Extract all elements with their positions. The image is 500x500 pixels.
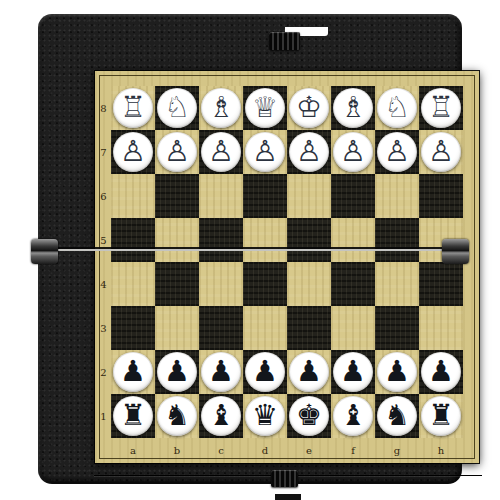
piece-bB-c1[interactable]: ♝ <box>201 396 241 436</box>
square-f5[interactable] <box>331 218 375 262</box>
square-f7[interactable]: ♙ <box>331 130 375 174</box>
piece-glyph: ♖ <box>428 93 454 122</box>
square-b3[interactable] <box>155 306 199 350</box>
piece-bP-f2[interactable]: ♟ <box>333 352 373 392</box>
square-a6[interactable] <box>111 174 155 218</box>
square-h7[interactable]: ♙ <box>419 130 463 174</box>
square-e1[interactable]: ♚ <box>287 394 331 438</box>
piece-bN-b1[interactable]: ♞ <box>157 396 197 436</box>
file-label-g: g <box>375 440 419 460</box>
file-label-b: b <box>155 440 199 460</box>
square-c8[interactable]: ♗ <box>199 86 243 130</box>
piece-glyph: ♟ <box>164 357 190 386</box>
square-d3[interactable] <box>243 306 287 350</box>
piece-glyph: ♘ <box>164 93 190 122</box>
piece-glyph: ♛ <box>252 401 278 430</box>
square-c6[interactable] <box>199 174 243 218</box>
piece-bN-g1[interactable]: ♞ <box>377 396 417 436</box>
square-g5[interactable] <box>375 218 419 262</box>
piece-wP-e7[interactable]: ♙ <box>289 132 329 172</box>
piece-glyph: ♕ <box>252 93 278 122</box>
square-d4[interactable] <box>243 262 287 306</box>
file-label-c: c <box>199 440 243 460</box>
square-e2[interactable]: ♟ <box>287 350 331 394</box>
square-h8[interactable]: ♖ <box>419 86 463 130</box>
square-e5[interactable] <box>287 218 331 262</box>
piece-wK-e8[interactable]: ♔ <box>289 88 329 128</box>
piece-bP-d2[interactable]: ♟ <box>245 352 285 392</box>
piece-glyph: ♙ <box>252 137 278 166</box>
piece-glyph: ♟ <box>384 357 410 386</box>
latch-top <box>269 32 300 50</box>
square-f2[interactable]: ♟ <box>331 350 375 394</box>
piece-wP-f7[interactable]: ♙ <box>333 132 373 172</box>
square-h6[interactable] <box>419 174 463 218</box>
file-label-h: h <box>419 440 463 460</box>
square-g4[interactable] <box>375 262 419 306</box>
square-h2[interactable]: ♟ <box>419 350 463 394</box>
piece-wR-h8[interactable]: ♖ <box>421 88 461 128</box>
rank-label-3: 3 <box>96 306 111 350</box>
square-g7[interactable]: ♙ <box>375 130 419 174</box>
piece-bP-c2[interactable]: ♟ <box>201 352 241 392</box>
piece-glyph: ♜ <box>428 401 454 430</box>
rank-label-8: 8 <box>96 86 111 130</box>
piece-bK-e1[interactable]: ♚ <box>289 396 329 436</box>
piece-bP-a2[interactable]: ♟ <box>113 352 153 392</box>
square-b8[interactable]: ♘ <box>155 86 199 130</box>
square-a7[interactable]: ♙ <box>111 130 155 174</box>
piece-glyph: ♜ <box>120 401 146 430</box>
rank-label-4: 4 <box>96 262 111 306</box>
piece-bR-h1[interactable]: ♜ <box>421 396 461 436</box>
square-a1[interactable]: ♜ <box>111 394 155 438</box>
square-a5[interactable] <box>111 218 155 262</box>
square-b1[interactable]: ♞ <box>155 394 199 438</box>
latch-bottom <box>271 470 298 487</box>
piece-glyph: ♟ <box>120 357 146 386</box>
latch-bottom-tab <box>275 494 301 500</box>
square-e4[interactable] <box>287 262 331 306</box>
hinge-knuckle-left <box>31 239 58 264</box>
piece-glyph: ♖ <box>120 93 146 122</box>
piece-glyph: ♗ <box>208 93 234 122</box>
piece-glyph: ♟ <box>428 357 454 386</box>
square-d1[interactable]: ♛ <box>243 394 287 438</box>
piece-wP-g7[interactable]: ♙ <box>377 132 417 172</box>
square-a8[interactable]: ♖ <box>111 86 155 130</box>
square-c1[interactable]: ♝ <box>199 394 243 438</box>
square-f8[interactable]: ♗ <box>331 86 375 130</box>
square-g8[interactable]: ♘ <box>375 86 419 130</box>
square-b4[interactable] <box>155 262 199 306</box>
piece-wP-d7[interactable]: ♙ <box>245 132 285 172</box>
piece-wR-a8[interactable]: ♖ <box>113 88 153 128</box>
file-label-d: d <box>243 440 287 460</box>
piece-wP-c7[interactable]: ♙ <box>201 132 241 172</box>
piece-bP-b2[interactable]: ♟ <box>157 352 197 392</box>
piece-glyph: ♔ <box>296 93 322 122</box>
hinge-seam <box>31 247 469 251</box>
piece-wN-b8[interactable]: ♘ <box>157 88 197 128</box>
hinge-knuckle-right <box>442 239 469 264</box>
rank-label-5: 5 <box>96 218 111 262</box>
square-f3[interactable] <box>331 306 375 350</box>
rank-label-7: 7 <box>96 130 111 174</box>
piece-glyph: ♙ <box>340 137 366 166</box>
piece-glyph: ♙ <box>428 137 454 166</box>
piece-glyph: ♗ <box>340 93 366 122</box>
square-e3[interactable] <box>287 306 331 350</box>
piece-bP-e2[interactable]: ♟ <box>289 352 329 392</box>
piece-bP-h2[interactable]: ♟ <box>421 352 461 392</box>
square-e7[interactable]: ♙ <box>287 130 331 174</box>
square-e6[interactable] <box>287 174 331 218</box>
square-c5[interactable] <box>199 218 243 262</box>
square-c3[interactable] <box>199 306 243 350</box>
square-a2[interactable]: ♟ <box>111 350 155 394</box>
file-label-f: f <box>331 440 375 460</box>
piece-glyph: ♝ <box>340 401 366 430</box>
square-e8[interactable]: ♔ <box>287 86 331 130</box>
square-c4[interactable] <box>199 262 243 306</box>
rank-label-1: 1 <box>96 394 111 438</box>
square-f6[interactable] <box>331 174 375 218</box>
square-g2[interactable]: ♟ <box>375 350 419 394</box>
piece-glyph: ♚ <box>296 401 322 430</box>
piece-wP-b7[interactable]: ♙ <box>157 132 197 172</box>
piece-glyph: ♝ <box>208 401 234 430</box>
square-h1[interactable]: ♜ <box>419 394 463 438</box>
piece-bQ-d1[interactable]: ♛ <box>245 396 285 436</box>
square-a3[interactable] <box>111 306 155 350</box>
piece-wN-g8[interactable]: ♘ <box>377 88 417 128</box>
piece-wB-f8[interactable]: ♗ <box>333 88 373 128</box>
piece-bR-a1[interactable]: ♜ <box>113 396 153 436</box>
square-f1[interactable]: ♝ <box>331 394 375 438</box>
square-g6[interactable] <box>375 174 419 218</box>
square-b5[interactable] <box>155 218 199 262</box>
chessboard: ♖♘♗♕♔♗♘♖♙♙♙♙♙♙♙♙♟♟♟♟♟♟♟♟♜♞♝♛♚♝♞♜ 8765432… <box>95 71 479 463</box>
square-d6[interactable] <box>243 174 287 218</box>
piece-glyph: ♙ <box>164 137 190 166</box>
square-h3[interactable] <box>419 306 463 350</box>
piece-wQ-d8[interactable]: ♕ <box>245 88 285 128</box>
file-label-a: a <box>111 440 155 460</box>
piece-bP-g2[interactable]: ♟ <box>377 352 417 392</box>
square-c2[interactable]: ♟ <box>199 350 243 394</box>
piece-glyph: ♟ <box>208 357 234 386</box>
piece-wP-a7[interactable]: ♙ <box>113 132 153 172</box>
squares-grid: ♖♘♗♕♔♗♘♖♙♙♙♙♙♙♙♙♟♟♟♟♟♟♟♟♜♞♝♛♚♝♞♜ <box>111 86 463 438</box>
square-d5[interactable] <box>243 218 287 262</box>
square-b6[interactable] <box>155 174 199 218</box>
square-b2[interactable]: ♟ <box>155 350 199 394</box>
square-g3[interactable] <box>375 306 419 350</box>
rank-label-2: 2 <box>96 350 111 394</box>
piece-glyph: ♙ <box>208 137 234 166</box>
piece-glyph: ♘ <box>384 93 410 122</box>
square-d2[interactable]: ♟ <box>243 350 287 394</box>
square-d8[interactable]: ♕ <box>243 86 287 130</box>
square-h4[interactable] <box>419 262 463 306</box>
square-a4[interactable] <box>111 262 155 306</box>
file-label-e: e <box>287 440 331 460</box>
piece-glyph: ♙ <box>120 137 146 166</box>
piece-glyph: ♞ <box>164 401 190 430</box>
piece-wP-h7[interactable]: ♙ <box>421 132 461 172</box>
piece-glyph: ♞ <box>384 401 410 430</box>
piece-bB-f1[interactable]: ♝ <box>333 396 373 436</box>
piece-wB-c8[interactable]: ♗ <box>201 88 241 128</box>
square-g1[interactable]: ♞ <box>375 394 419 438</box>
square-f4[interactable] <box>331 262 375 306</box>
piece-glyph: ♟ <box>340 357 366 386</box>
piece-glyph: ♙ <box>296 137 322 166</box>
square-b7[interactable]: ♙ <box>155 130 199 174</box>
piece-glyph: ♟ <box>252 357 278 386</box>
rank-label-6: 6 <box>96 174 111 218</box>
piece-glyph: ♙ <box>384 137 410 166</box>
product-photo: ♖♘♗♕♔♗♘♖♙♙♙♙♙♙♙♙♟♟♟♟♟♟♟♟♜♞♝♛♚♝♞♜ 8765432… <box>0 0 500 500</box>
square-c7[interactable]: ♙ <box>199 130 243 174</box>
piece-glyph: ♟ <box>296 357 322 386</box>
square-d7[interactable]: ♙ <box>243 130 287 174</box>
